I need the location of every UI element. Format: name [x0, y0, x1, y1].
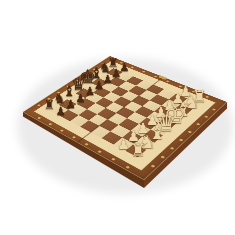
brass-dot	[170, 146, 175, 149]
brass-dot	[187, 130, 191, 133]
chess-set-photo: ♜♟♞♟♝♟♚♟♛♟♝♟♟♜♞♟♟♞♜♟♟♝♟♚♟♛♟♝♟♞♟♜	[0, 0, 235, 235]
brass-dot	[72, 136, 76, 139]
brass-dot	[111, 157, 116, 160]
brass-dot	[130, 66, 134, 68]
brass-dot	[142, 71, 146, 73]
brass-dot	[97, 150, 102, 153]
brass-dot	[150, 164, 155, 167]
brass-dot	[119, 62, 123, 64]
brass-dot	[178, 85, 182, 87]
brass-dot	[48, 123, 52, 126]
brass-dot	[60, 129, 64, 132]
brass-dot	[37, 116, 41, 119]
brass-dot	[196, 123, 200, 126]
brass-dot	[125, 165, 130, 168]
brass-dot	[179, 138, 184, 141]
brass-dot	[160, 155, 165, 158]
brass-dot	[205, 96, 209, 98]
brass-dot	[166, 80, 170, 82]
brass-dot	[212, 108, 216, 110]
brass-dot	[191, 90, 195, 92]
brass-dot	[204, 115, 208, 118]
brass-dot	[84, 142, 88, 145]
